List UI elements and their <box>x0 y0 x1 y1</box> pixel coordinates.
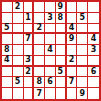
cell-r6c4[interactable] <box>34 56 45 67</box>
given-digit: 6 <box>91 68 97 76</box>
cell-r4c4[interactable] <box>34 34 45 45</box>
given-digit: 7 <box>25 35 31 43</box>
cell-r4c9[interactable]: 4 <box>88 34 99 45</box>
given-digit: 8 <box>4 46 10 54</box>
given-digit: 1 <box>25 14 31 22</box>
given-digit: 9 <box>80 90 86 98</box>
cell-r4c3[interactable]: 7 <box>24 34 35 45</box>
given-digit: 7 <box>36 90 42 98</box>
given-digit: 5 <box>4 24 10 32</box>
cell-r1c2[interactable]: 2 <box>13 2 24 13</box>
given-digit: 2 <box>25 68 31 76</box>
cell-r2c9[interactable] <box>88 13 99 24</box>
given-digit: 8 <box>36 78 42 86</box>
cell-r7c2[interactable] <box>13 67 24 78</box>
cell-r9c7[interactable] <box>67 88 78 99</box>
cell-r1c3[interactable] <box>24 2 35 13</box>
cell-r3c4[interactable]: 2 <box>34 24 45 35</box>
cell-r2c3[interactable]: 1 <box>24 13 35 24</box>
given-digit: 9 <box>69 35 75 43</box>
cell-r3c6[interactable] <box>56 24 67 35</box>
given-digit: 6 <box>47 78 53 86</box>
given-digit: 9 <box>57 3 63 11</box>
cell-r2c1[interactable] <box>2 13 13 24</box>
cell-r8c5[interactable]: 6 <box>45 77 56 88</box>
cell-r9c5[interactable] <box>45 88 56 99</box>
cell-r8c9[interactable] <box>88 77 99 88</box>
cell-r5c6[interactable] <box>56 45 67 56</box>
cell-r5c5[interactable]: 4 <box>45 45 56 56</box>
cell-r6c7[interactable]: 2 <box>67 56 78 67</box>
given-digit: 4 <box>4 56 10 64</box>
cell-r6c8[interactable] <box>77 56 88 67</box>
cell-r7c7[interactable] <box>67 67 78 78</box>
cell-r8c1[interactable] <box>2 77 13 88</box>
cell-r5c4[interactable] <box>34 45 45 56</box>
cell-r8c8[interactable] <box>77 77 88 88</box>
cell-r4c8[interactable] <box>77 34 88 45</box>
given-digit: 4 <box>69 24 75 32</box>
cell-r5c8[interactable] <box>77 45 88 56</box>
cell-r1c4[interactable] <box>34 2 45 13</box>
cell-r8c6[interactable] <box>56 77 67 88</box>
cell-r6c3[interactable]: 3 <box>24 56 35 67</box>
given-digit: 5 <box>15 78 21 86</box>
cell-r4c7[interactable]: 9 <box>67 34 78 45</box>
cell-r7c9[interactable]: 6 <box>88 67 99 78</box>
cell-r3c8[interactable] <box>77 24 88 35</box>
cell-r2c4[interactable] <box>34 13 45 24</box>
cell-r5c3[interactable] <box>24 45 35 56</box>
given-digit: 5 <box>80 14 86 22</box>
cell-r1c5[interactable] <box>45 2 56 13</box>
cell-r1c8[interactable] <box>77 2 88 13</box>
cell-r2c7[interactable] <box>67 13 78 24</box>
cell-r7c1[interactable] <box>2 67 13 78</box>
given-digit: 4 <box>47 46 53 54</box>
cell-r7c6[interactable]: 5 <box>56 67 67 78</box>
cell-r7c5[interactable] <box>45 67 56 78</box>
cell-r9c6[interactable] <box>56 88 67 99</box>
given-digit: 8 <box>57 14 63 22</box>
cell-r5c7[interactable] <box>67 45 78 56</box>
cell-r7c3[interactable]: 2 <box>24 67 35 78</box>
cell-r2c2[interactable] <box>13 13 24 24</box>
given-digit: 3 <box>25 56 31 64</box>
cell-r8c7[interactable]: 7 <box>67 77 78 88</box>
sudoku-board: 291385524794843432256586779 <box>0 0 101 101</box>
cell-r4c2[interactable] <box>13 34 24 45</box>
given-digit: 3 <box>47 14 53 22</box>
cell-r4c5[interactable] <box>45 34 56 45</box>
cell-r3c1[interactable]: 5 <box>2 24 13 35</box>
cell-r5c9[interactable]: 3 <box>88 45 99 56</box>
cell-r1c9[interactable] <box>88 2 99 13</box>
cell-r3c2[interactable] <box>13 24 24 35</box>
given-digit: 7 <box>69 78 75 86</box>
given-digit: 3 <box>91 46 97 54</box>
cell-r6c9[interactable] <box>88 56 99 67</box>
cell-r2c5[interactable]: 3 <box>45 13 56 24</box>
cell-r6c2[interactable] <box>13 56 24 67</box>
given-digit: 5 <box>57 68 63 76</box>
cell-r3c9[interactable] <box>88 24 99 35</box>
cell-r6c1[interactable]: 4 <box>2 56 13 67</box>
cell-r9c4[interactable]: 7 <box>34 88 45 99</box>
cell-r9c2[interactable] <box>13 88 24 99</box>
cell-r6c5[interactable] <box>45 56 56 67</box>
given-digit: 2 <box>36 24 42 32</box>
cell-r8c3[interactable] <box>24 77 35 88</box>
cell-r9c8[interactable]: 9 <box>77 88 88 99</box>
cell-r8c2[interactable]: 5 <box>13 77 24 88</box>
cell-r2c6[interactable]: 8 <box>56 13 67 24</box>
given-digit: 4 <box>91 35 97 43</box>
cell-r8c4[interactable]: 8 <box>34 77 45 88</box>
cell-r9c1[interactable] <box>2 88 13 99</box>
given-digit: 2 <box>69 56 75 64</box>
cell-r1c7[interactable] <box>67 2 78 13</box>
cell-r5c2[interactable] <box>13 45 24 56</box>
cell-r7c4[interactable] <box>34 67 45 78</box>
cell-r4c1[interactable] <box>2 34 13 45</box>
cell-r9c3[interactable] <box>24 88 35 99</box>
cell-r3c5[interactable] <box>45 24 56 35</box>
cell-r7c8[interactable] <box>77 67 88 78</box>
cell-r1c6[interactable]: 9 <box>56 2 67 13</box>
cell-r6c6[interactable] <box>56 56 67 67</box>
cell-r5c1[interactable]: 8 <box>2 45 13 56</box>
given-digit: 2 <box>15 3 21 11</box>
cell-r4c6[interactable] <box>56 34 67 45</box>
cell-r9c9[interactable] <box>88 88 99 99</box>
cell-r1c1[interactable] <box>2 2 13 13</box>
cell-r3c3[interactable] <box>24 24 35 35</box>
cell-r3c7[interactable]: 4 <box>67 24 78 35</box>
cell-r2c8[interactable]: 5 <box>77 13 88 24</box>
